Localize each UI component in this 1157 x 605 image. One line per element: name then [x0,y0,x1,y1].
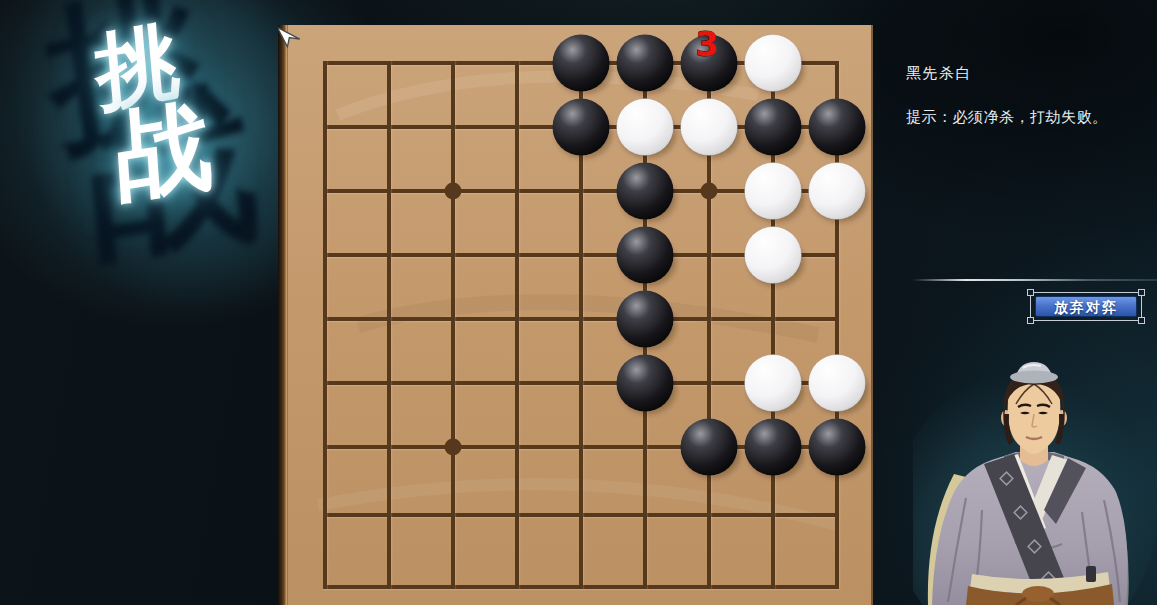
character-portrait [913,360,1157,605]
cursor-arrow-icon [278,25,304,55]
game-screen: 挑 战 挑 战 3 黑先杀白 提示：必须净杀，打劫失败。 [0,0,1157,605]
move-number-label: 3 [696,25,719,64]
go-board[interactable]: 3 [278,25,873,605]
star-point [445,183,462,200]
stone-white [809,163,866,220]
board-left-bevel [278,25,288,605]
star-point [445,439,462,456]
button-corner-ornament [1138,289,1145,296]
giveup-button-label: 放弃对弈 [1054,300,1118,314]
button-corner-ornament [1027,289,1034,296]
go-board-grid[interactable]: 3 [278,25,873,605]
stone-black [681,419,738,476]
stone-black [809,419,866,476]
cap-brim [1010,371,1058,384]
giveup-button[interactable]: 放弃对弈 [1030,292,1142,321]
panel-divider [912,279,1157,281]
star-point [701,183,718,200]
stone-black [617,163,674,220]
puzzle-goal-text: 黑先杀白 [906,64,972,83]
stone-black [617,291,674,348]
stone-black [553,99,610,156]
stone-white [745,35,802,92]
stone-white [745,227,802,284]
button-corner-ornament [1027,317,1034,324]
stone-black [617,35,674,92]
calligraphy-char-2: 战 [112,94,215,206]
stone-black [745,99,802,156]
stone-white [745,163,802,220]
stone-black [617,355,674,412]
stone-white [617,99,674,156]
giveup-button-face[interactable]: 放弃对弈 [1035,296,1137,317]
puzzle-hint-text: 提示：必须净杀，打劫失败。 [906,108,1108,127]
stone-black [745,419,802,476]
waist-pouch [1086,566,1096,582]
challenge-title: 挑 战 挑 战 [35,0,315,310]
sash-knot [1022,586,1054,602]
stone-black [553,35,610,92]
stone-black [617,227,674,284]
stone-white [809,355,866,412]
stone-white [681,99,738,156]
stone-black [809,99,866,156]
stone-white [745,355,802,412]
button-corner-ornament [1138,317,1145,324]
